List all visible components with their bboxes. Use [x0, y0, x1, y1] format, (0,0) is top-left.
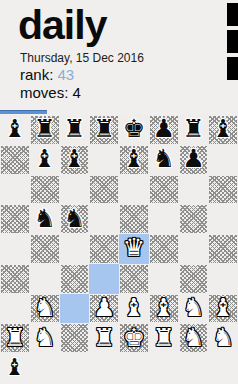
- square-d7[interactable]: [89, 145, 119, 175]
- square-f5[interactable]: [149, 204, 179, 234]
- square-e6[interactable]: [119, 175, 149, 205]
- square-h8[interactable]: ♝: [208, 115, 238, 145]
- square-d5[interactable]: [89, 204, 119, 234]
- square-c1[interactable]: [60, 323, 90, 353]
- black-knight: ♞: [33, 206, 55, 231]
- square-a6[interactable]: [0, 175, 30, 205]
- captured-pieces-tray: ♝: [0, 353, 238, 384]
- chess-board: ♝♜♜♜♚♟♜♝♝♝♝♞♟♞♞♛♞♟♝♝♞♝♜♞♜♚♜♞♞: [0, 115, 238, 353]
- black-knight: ♞: [152, 146, 174, 171]
- square-g3[interactable]: [179, 264, 209, 294]
- square-b4[interactable]: [30, 234, 60, 264]
- moves-stat: moves: 4: [20, 84, 81, 101]
- square-g4[interactable]: [179, 234, 209, 264]
- square-h7[interactable]: [208, 145, 238, 175]
- square-g8[interactable]: ♜: [179, 115, 209, 145]
- square-d3[interactable]: [89, 264, 119, 294]
- square-a3[interactable]: [0, 264, 30, 294]
- square-b2[interactable]: ♞: [30, 294, 60, 324]
- square-c3[interactable]: [60, 264, 90, 294]
- black-king: ♚: [123, 116, 145, 141]
- header: daily Thursday, 15 Dec 2016 rank: 43 mov…: [0, 0, 238, 110]
- page-title: daily: [18, 2, 106, 49]
- white-knight: ♞: [182, 295, 204, 320]
- square-b6[interactable]: [30, 175, 60, 205]
- white-rook: ♜: [152, 325, 174, 350]
- square-g1[interactable]: ♞: [179, 323, 209, 353]
- white-knight: ♞: [212, 325, 234, 350]
- square-b3[interactable]: [30, 264, 60, 294]
- menu-bar-3: [227, 57, 238, 80]
- white-bishop: ♝: [123, 295, 145, 320]
- square-d1[interactable]: ♜: [89, 323, 119, 353]
- square-e7[interactable]: ♝: [119, 145, 149, 175]
- square-c7[interactable]: ♝: [60, 145, 90, 175]
- square-g6[interactable]: [179, 175, 209, 205]
- square-e2[interactable]: ♝: [119, 294, 149, 324]
- square-g5[interactable]: [179, 204, 209, 234]
- moves-label: moves:: [20, 84, 73, 101]
- menu-bar-2: [227, 30, 238, 53]
- square-g2[interactable]: ♞: [179, 294, 209, 324]
- hamburger-menu-icon[interactable]: [227, 3, 238, 84]
- square-f3[interactable]: [149, 264, 179, 294]
- square-b1[interactable]: ♞: [30, 323, 60, 353]
- black-knight: ♞: [63, 206, 85, 231]
- black-rook: ♜: [63, 116, 85, 141]
- square-b8[interactable]: ♜: [30, 115, 60, 145]
- square-d8[interactable]: ♜: [89, 115, 119, 145]
- square-e8[interactable]: ♚: [119, 115, 149, 145]
- square-d2[interactable]: ♟: [89, 294, 119, 324]
- square-a5[interactable]: [0, 204, 30, 234]
- white-knight: ♞: [182, 325, 204, 350]
- black-bishop: ♝: [63, 146, 85, 171]
- square-h1[interactable]: ♞: [208, 323, 238, 353]
- menu-bar-1: [227, 3, 238, 26]
- square-c4[interactable]: [60, 234, 90, 264]
- white-rook: ♜: [93, 325, 115, 350]
- black-bishop: ♝: [212, 116, 234, 141]
- square-g7[interactable]: ♟: [179, 145, 209, 175]
- square-d4[interactable]: [89, 234, 119, 264]
- square-b7[interactable]: ♝: [30, 145, 60, 175]
- square-a2[interactable]: [0, 294, 30, 324]
- square-c5[interactable]: ♞: [60, 204, 90, 234]
- captured-black-bishop: ♝: [4, 356, 25, 379]
- white-knight: ♞: [33, 295, 55, 320]
- rank-stat: rank: 43: [20, 66, 74, 83]
- square-e3[interactable]: [119, 264, 149, 294]
- square-a7[interactable]: [0, 145, 30, 175]
- black-rook: ♜: [93, 116, 115, 141]
- square-e5[interactable]: [119, 204, 149, 234]
- square-h2[interactable]: ♝: [208, 294, 238, 324]
- square-e4[interactable]: ♛: [119, 234, 149, 264]
- square-h6[interactable]: [208, 175, 238, 205]
- moves-value: 4: [73, 84, 81, 101]
- square-h5[interactable]: [208, 204, 238, 234]
- app-screen: daily Thursday, 15 Dec 2016 rank: 43 mov…: [0, 0, 238, 384]
- black-pawn: ♟: [182, 146, 204, 171]
- square-f6[interactable]: [149, 175, 179, 205]
- square-c6[interactable]: [60, 175, 90, 205]
- white-bishop: ♝: [212, 295, 234, 320]
- black-bishop: ♝: [33, 146, 55, 171]
- square-a8[interactable]: ♝: [0, 115, 30, 145]
- black-rook: ♜: [33, 116, 55, 141]
- square-d6[interactable]: [89, 175, 119, 205]
- white-pawn: ♟: [93, 295, 115, 320]
- rank-label: rank:: [20, 66, 58, 83]
- rank-value: 43: [58, 66, 75, 83]
- white-knight: ♞: [33, 325, 55, 350]
- square-f7[interactable]: ♞: [149, 145, 179, 175]
- square-f8[interactable]: ♟: [149, 115, 179, 145]
- square-f2[interactable]: ♝: [149, 294, 179, 324]
- white-bishop: ♝: [152, 295, 174, 320]
- square-a1[interactable]: ♜: [0, 323, 30, 353]
- square-f1[interactable]: ♜: [149, 323, 179, 353]
- white-queen: ♛: [123, 235, 145, 260]
- square-a4[interactable]: [0, 234, 30, 264]
- black-bishop: ♝: [123, 146, 145, 171]
- black-rook: ♜: [182, 116, 204, 141]
- white-king: ♚: [123, 325, 145, 350]
- square-c8[interactable]: ♜: [60, 115, 90, 145]
- white-rook: ♜: [4, 325, 26, 350]
- square-h4[interactable]: [208, 234, 238, 264]
- square-c2[interactable]: [60, 294, 90, 324]
- square-b5[interactable]: ♞: [30, 204, 60, 234]
- square-f4[interactable]: [149, 234, 179, 264]
- square-e1[interactable]: ♚: [119, 323, 149, 353]
- black-pawn: ♟: [152, 116, 174, 141]
- date-label: Thursday, 15 Dec 2016: [20, 51, 144, 65]
- black-bishop: ♝: [4, 116, 26, 141]
- square-h3[interactable]: [208, 264, 238, 294]
